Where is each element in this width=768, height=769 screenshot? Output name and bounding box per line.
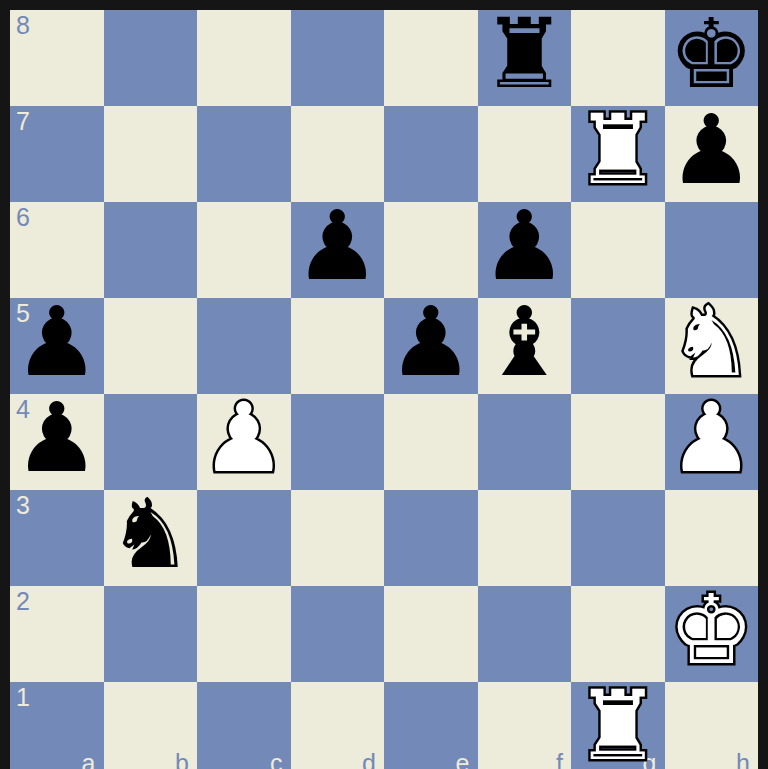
file-label-d: d bbox=[362, 750, 376, 769]
square-a2[interactable]: 2 bbox=[10, 586, 104, 682]
square-e4[interactable] bbox=[384, 394, 478, 490]
rank-label-3: 3 bbox=[16, 492, 30, 520]
square-e5[interactable]: ♟ bbox=[384, 298, 478, 394]
square-g8[interactable] bbox=[571, 10, 665, 106]
square-f2[interactable] bbox=[478, 586, 572, 682]
piece-white-rook[interactable]: ♜ bbox=[575, 678, 661, 769]
square-a5[interactable]: 5♟ bbox=[10, 298, 104, 394]
file-label-f: f bbox=[556, 750, 563, 769]
piece-white-rook[interactable]: ♜ bbox=[575, 102, 661, 198]
square-g3[interactable] bbox=[571, 490, 665, 586]
piece-white-knight[interactable]: ♞ bbox=[668, 294, 754, 390]
square-h1[interactable]: h bbox=[665, 682, 759, 769]
square-g1[interactable]: g♜ bbox=[571, 682, 665, 769]
square-h2[interactable]: ♚ bbox=[665, 586, 759, 682]
square-h3[interactable] bbox=[665, 490, 759, 586]
square-c5[interactable] bbox=[197, 298, 291, 394]
square-f1[interactable]: f bbox=[478, 682, 572, 769]
rank-label-1: 1 bbox=[16, 684, 30, 712]
square-a7[interactable]: 7 bbox=[10, 106, 104, 202]
square-b2[interactable] bbox=[104, 586, 198, 682]
square-g7[interactable]: ♜ bbox=[571, 106, 665, 202]
square-e3[interactable] bbox=[384, 490, 478, 586]
square-d2[interactable] bbox=[291, 586, 385, 682]
square-h7[interactable]: ♟ bbox=[665, 106, 759, 202]
file-label-c: c bbox=[270, 750, 283, 769]
square-a4[interactable]: 4♟ bbox=[10, 394, 104, 490]
rank-label-6: 6 bbox=[16, 204, 30, 232]
piece-black-pawn[interactable]: ♟ bbox=[668, 102, 754, 198]
square-c7[interactable] bbox=[197, 106, 291, 202]
square-f8[interactable]: ♜ bbox=[478, 10, 572, 106]
square-a8[interactable]: 8 bbox=[10, 10, 104, 106]
rank-label-7: 7 bbox=[16, 108, 30, 136]
square-f4[interactable] bbox=[478, 394, 572, 490]
square-e7[interactable] bbox=[384, 106, 478, 202]
file-label-a: a bbox=[82, 750, 96, 769]
rank-label-2: 2 bbox=[16, 588, 30, 616]
piece-white-pawn[interactable]: ♟ bbox=[201, 390, 287, 486]
square-d3[interactable] bbox=[291, 490, 385, 586]
square-e8[interactable] bbox=[384, 10, 478, 106]
square-d7[interactable] bbox=[291, 106, 385, 202]
square-g6[interactable] bbox=[571, 202, 665, 298]
square-a3[interactable]: 3 bbox=[10, 490, 104, 586]
piece-white-pawn[interactable]: ♟ bbox=[668, 390, 754, 486]
piece-black-pawn[interactable]: ♟ bbox=[294, 198, 380, 294]
square-h5[interactable]: ♞ bbox=[665, 298, 759, 394]
piece-white-king[interactable]: ♚ bbox=[668, 582, 754, 678]
square-e1[interactable]: e bbox=[384, 682, 478, 769]
square-c2[interactable] bbox=[197, 586, 291, 682]
piece-black-pawn[interactable]: ♟ bbox=[481, 198, 567, 294]
square-g2[interactable] bbox=[571, 586, 665, 682]
square-h4[interactable]: ♟ bbox=[665, 394, 759, 490]
square-d6[interactable]: ♟ bbox=[291, 202, 385, 298]
square-b6[interactable] bbox=[104, 202, 198, 298]
file-label-e: e bbox=[456, 750, 470, 769]
piece-black-pawn[interactable]: ♟ bbox=[388, 294, 474, 390]
square-d4[interactable] bbox=[291, 394, 385, 490]
square-b4[interactable] bbox=[104, 394, 198, 490]
square-b5[interactable] bbox=[104, 298, 198, 394]
square-a1[interactable]: 1a bbox=[10, 682, 104, 769]
square-f3[interactable] bbox=[478, 490, 572, 586]
square-c4[interactable]: ♟ bbox=[197, 394, 291, 490]
square-d1[interactable]: d bbox=[291, 682, 385, 769]
piece-black-knight[interactable]: ♞ bbox=[107, 486, 193, 582]
square-d8[interactable] bbox=[291, 10, 385, 106]
square-b1[interactable]: b bbox=[104, 682, 198, 769]
piece-black-king[interactable]: ♚ bbox=[668, 6, 754, 102]
rank-label-8: 8 bbox=[16, 12, 30, 40]
square-c6[interactable] bbox=[197, 202, 291, 298]
square-b8[interactable] bbox=[104, 10, 198, 106]
file-label-h: h bbox=[736, 750, 750, 769]
square-b7[interactable] bbox=[104, 106, 198, 202]
square-h6[interactable] bbox=[665, 202, 759, 298]
square-f6[interactable]: ♟ bbox=[478, 202, 572, 298]
square-g5[interactable] bbox=[571, 298, 665, 394]
square-c3[interactable] bbox=[197, 490, 291, 586]
square-e2[interactable] bbox=[384, 586, 478, 682]
square-f5[interactable]: ♝ bbox=[478, 298, 572, 394]
piece-black-pawn[interactable]: ♟ bbox=[14, 294, 100, 390]
square-d5[interactable] bbox=[291, 298, 385, 394]
square-e6[interactable] bbox=[384, 202, 478, 298]
square-c8[interactable] bbox=[197, 10, 291, 106]
square-g4[interactable] bbox=[571, 394, 665, 490]
square-b3[interactable]: ♞ bbox=[104, 490, 198, 586]
piece-black-bishop[interactable]: ♝ bbox=[481, 294, 567, 390]
file-label-b: b bbox=[175, 750, 189, 769]
square-c1[interactable]: c bbox=[197, 682, 291, 769]
piece-black-rook[interactable]: ♜ bbox=[481, 6, 567, 102]
board-frame: 8♜♚7♜♟6♟♟5♟♟♝♞4♟♟♟3♞2♚1abcdefg♜h bbox=[0, 0, 768, 769]
square-h8[interactable]: ♚ bbox=[665, 10, 759, 106]
square-f7[interactable] bbox=[478, 106, 572, 202]
square-a6[interactable]: 6 bbox=[10, 202, 104, 298]
piece-black-pawn[interactable]: ♟ bbox=[14, 390, 100, 486]
chess-board: 8♜♚7♜♟6♟♟5♟♟♝♞4♟♟♟3♞2♚1abcdefg♜h bbox=[10, 10, 758, 758]
